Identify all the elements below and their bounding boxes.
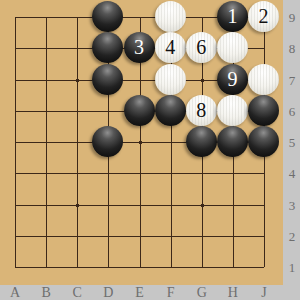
column-label-C: C (68, 286, 86, 300)
stone-black-D8 (92, 32, 123, 63)
row-label-5: 5 (283, 136, 300, 150)
row-label-4: 4 (283, 167, 300, 181)
go-board-diagram: 1234698 ABCDEFGHJ987654321 (0, 0, 300, 300)
stone-white-G8: 6 (186, 32, 217, 63)
column-label-D: D (99, 286, 117, 300)
stone-white-F7 (155, 64, 186, 95)
stone-black-F6 (155, 95, 186, 126)
stone-white-J9: 2 (248, 1, 279, 32)
stone-black-E6 (124, 95, 155, 126)
row-label-7: 7 (283, 74, 300, 88)
column-label-F: F (162, 286, 180, 300)
stone-black-D9 (92, 1, 123, 32)
stones-grid: 1234698 (0, 1, 279, 282)
row-label-3: 3 (283, 199, 300, 213)
column-label-E: E (131, 286, 149, 300)
stone-black-J5 (248, 126, 279, 157)
column-label-J: J (255, 286, 273, 300)
stone-white-H8 (217, 32, 248, 63)
stone-black-H9: 1 (217, 1, 248, 32)
row-label-2: 2 (283, 230, 300, 244)
column-label-H: H (224, 286, 242, 300)
row-label-1: 1 (283, 261, 300, 275)
stone-black-H5 (217, 126, 248, 157)
stone-black-D5 (92, 126, 123, 157)
stone-white-G6: 8 (186, 95, 217, 126)
stone-black-E8: 3 (124, 32, 155, 63)
stone-black-D7 (92, 64, 123, 95)
move-number-9: 9 (227, 64, 237, 95)
move-number-4: 4 (165, 32, 175, 63)
stone-white-F8: 4 (155, 32, 186, 63)
stone-black-H7: 9 (217, 64, 248, 95)
column-label-B: B (37, 286, 55, 300)
stone-white-J7 (248, 64, 279, 95)
stone-black-J6 (248, 95, 279, 126)
row-label-9: 9 (283, 11, 300, 25)
stone-white-H6 (217, 95, 248, 126)
move-number-1: 1 (227, 1, 237, 32)
move-number-8: 8 (196, 95, 206, 126)
column-label-G: G (193, 286, 211, 300)
row-label-6: 6 (283, 105, 300, 119)
move-number-3: 3 (134, 32, 144, 63)
stone-black-G5 (186, 126, 217, 157)
stone-white-F9 (155, 1, 186, 32)
column-label-A: A (6, 286, 24, 300)
move-number-6: 6 (196, 32, 206, 63)
move-number-2: 2 (259, 1, 269, 32)
row-label-8: 8 (283, 42, 300, 56)
